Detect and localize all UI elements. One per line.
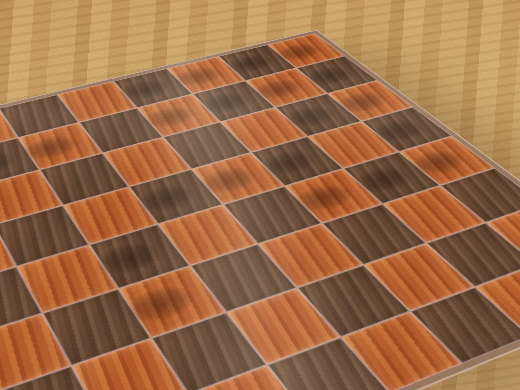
scene: ♞♞♚♚♝♝♞♞♜♜♟♟♟♟♟♟♟♟♟♟♟♟♝♝♞♞♟♟♞♞♛♛♛♛♟♟♝♝♚♚… xyxy=(0,0,520,390)
piece-reflection: ♝ xyxy=(305,122,386,205)
piece-reflection: ♟ xyxy=(0,115,30,170)
piece-reflection: ♞ xyxy=(210,110,285,187)
piece-white-pawn-c2[interactable]: ♟♟ xyxy=(34,153,100,154)
piece-reflection: ♟ xyxy=(41,100,94,154)
square-c3[interactable] xyxy=(39,153,128,205)
piece-reflection: ♟ xyxy=(162,71,212,123)
piece-black-knight-e4[interactable]: ♞♞ xyxy=(213,186,283,187)
piece-white-pawn-e2[interactable]: ♟♟ xyxy=(155,122,218,123)
piece-black-rook-c6[interactable]: ♜♜ xyxy=(141,313,223,314)
piece-reflection: ♜ xyxy=(140,227,224,314)
piece-black-bishop-f5[interactable]: ♝♝ xyxy=(309,204,381,205)
piece-white-pawn-b2[interactable]: ♟♟ xyxy=(0,170,37,171)
